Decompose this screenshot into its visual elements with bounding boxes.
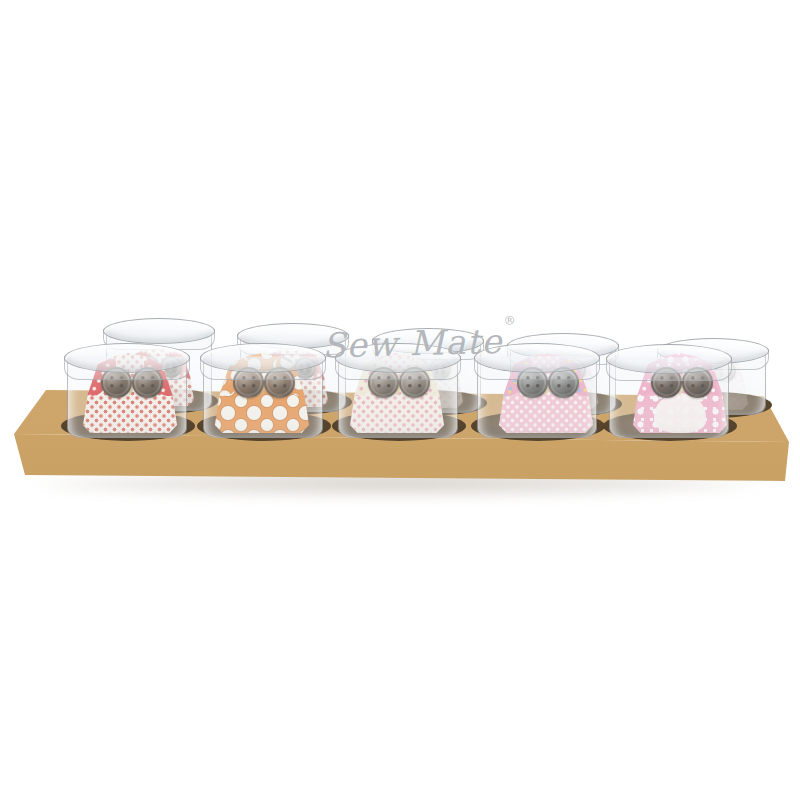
registered-trademark-symbol: ® [504,313,517,327]
product-photo: Sew Mate® [0,0,800,800]
brand-logo-text: Sew Mate [322,321,503,366]
brand-watermark: Sew Mate® [321,313,517,365]
